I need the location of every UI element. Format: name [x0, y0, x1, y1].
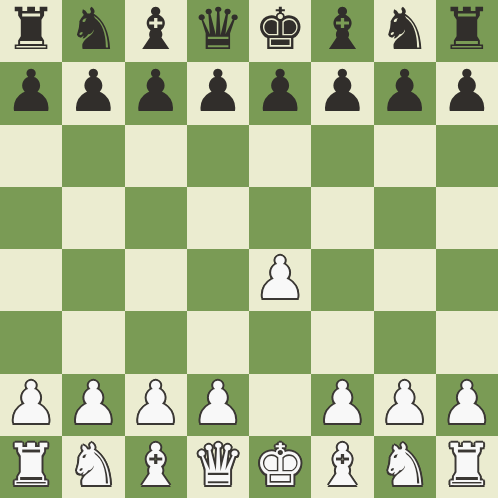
square-a7[interactable]: ♟ — [0, 62, 62, 124]
square-e7[interactable]: ♟ — [249, 62, 311, 124]
square-d3[interactable] — [187, 311, 249, 373]
square-g2[interactable]: ♟ — [374, 374, 436, 436]
piece-black-queen-d8[interactable]: ♛ — [192, 0, 244, 58]
square-c8[interactable]: ♝ — [125, 0, 187, 62]
square-g4[interactable] — [374, 249, 436, 311]
piece-white-rook-a1[interactable]: ♜ — [5, 436, 57, 494]
square-a2[interactable]: ♟ — [0, 374, 62, 436]
square-f6[interactable] — [311, 125, 373, 187]
square-g1[interactable]: ♞ — [374, 436, 436, 498]
piece-black-pawn-a7[interactable]: ♟ — [5, 62, 57, 120]
square-h2[interactable]: ♟ — [436, 374, 498, 436]
square-c5[interactable] — [125, 187, 187, 249]
square-b7[interactable]: ♟ — [62, 62, 124, 124]
square-e3[interactable] — [249, 311, 311, 373]
piece-white-knight-b1[interactable]: ♞ — [67, 436, 119, 494]
piece-black-pawn-d7[interactable]: ♟ — [192, 62, 244, 120]
square-d1[interactable]: ♛ — [187, 436, 249, 498]
square-h1[interactable]: ♜ — [436, 436, 498, 498]
square-e1[interactable]: ♚ — [249, 436, 311, 498]
piece-black-rook-h8[interactable]: ♜ — [441, 0, 493, 58]
piece-white-knight-g1[interactable]: ♞ — [379, 436, 431, 494]
square-g5[interactable] — [374, 187, 436, 249]
square-c6[interactable] — [125, 125, 187, 187]
square-f3[interactable] — [311, 311, 373, 373]
square-e2[interactable] — [249, 374, 311, 436]
square-d4[interactable] — [187, 249, 249, 311]
piece-black-bishop-c8[interactable]: ♝ — [130, 0, 182, 58]
piece-white-rook-h1[interactable]: ♜ — [441, 436, 493, 494]
square-h7[interactable]: ♟ — [436, 62, 498, 124]
square-g8[interactable]: ♞ — [374, 0, 436, 62]
piece-white-pawn-f2[interactable]: ♟ — [316, 374, 368, 432]
square-h3[interactable] — [436, 311, 498, 373]
square-d5[interactable] — [187, 187, 249, 249]
square-f8[interactable]: ♝ — [311, 0, 373, 62]
square-d2[interactable]: ♟ — [187, 374, 249, 436]
square-g6[interactable] — [374, 125, 436, 187]
piece-white-pawn-h2[interactable]: ♟ — [441, 374, 493, 432]
piece-black-pawn-e7[interactable]: ♟ — [254, 62, 306, 120]
square-g3[interactable] — [374, 311, 436, 373]
piece-black-king-e8[interactable]: ♚ — [254, 0, 306, 58]
square-a8[interactable]: ♜ — [0, 0, 62, 62]
square-c1[interactable]: ♝ — [125, 436, 187, 498]
square-d8[interactable]: ♛ — [187, 0, 249, 62]
square-e6[interactable] — [249, 125, 311, 187]
square-a5[interactable] — [0, 187, 62, 249]
piece-white-pawn-b2[interactable]: ♟ — [67, 374, 119, 432]
square-c7[interactable]: ♟ — [125, 62, 187, 124]
square-b2[interactable]: ♟ — [62, 374, 124, 436]
piece-black-pawn-b7[interactable]: ♟ — [67, 62, 119, 120]
square-e5[interactable] — [249, 187, 311, 249]
piece-white-queen-d1[interactable]: ♛ — [192, 436, 244, 494]
square-a3[interactable] — [0, 311, 62, 373]
square-h5[interactable] — [436, 187, 498, 249]
square-h6[interactable] — [436, 125, 498, 187]
square-a1[interactable]: ♜ — [0, 436, 62, 498]
square-h8[interactable]: ♜ — [436, 0, 498, 62]
square-e4[interactable]: ♟ — [249, 249, 311, 311]
square-b5[interactable] — [62, 187, 124, 249]
square-b4[interactable] — [62, 249, 124, 311]
piece-black-knight-b8[interactable]: ♞ — [67, 0, 119, 58]
square-e8[interactable]: ♚ — [249, 0, 311, 62]
piece-black-pawn-f7[interactable]: ♟ — [316, 62, 368, 120]
square-b6[interactable] — [62, 125, 124, 187]
square-c4[interactable] — [125, 249, 187, 311]
piece-white-bishop-f1[interactable]: ♝ — [316, 436, 368, 494]
square-f4[interactable] — [311, 249, 373, 311]
piece-black-pawn-h7[interactable]: ♟ — [441, 62, 493, 120]
square-c3[interactable] — [125, 311, 187, 373]
square-a4[interactable] — [0, 249, 62, 311]
piece-black-pawn-g7[interactable]: ♟ — [379, 62, 431, 120]
chess-board: ♜♞♝♛♚♝♞♜♟♟♟♟♟♟♟♟♟♟♟♟♟♟♟♟♜♞♝♛♚♝♞♜ — [0, 0, 498, 498]
piece-white-bishop-c1[interactable]: ♝ — [130, 436, 182, 494]
piece-white-pawn-e4[interactable]: ♟ — [254, 249, 306, 307]
square-f7[interactable]: ♟ — [311, 62, 373, 124]
piece-black-bishop-f8[interactable]: ♝ — [316, 0, 368, 58]
piece-white-pawn-a2[interactable]: ♟ — [5, 374, 57, 432]
piece-black-pawn-c7[interactable]: ♟ — [130, 62, 182, 120]
square-b3[interactable] — [62, 311, 124, 373]
square-a6[interactable] — [0, 125, 62, 187]
square-b8[interactable]: ♞ — [62, 0, 124, 62]
piece-white-king-e1[interactable]: ♚ — [254, 436, 306, 494]
square-f1[interactable]: ♝ — [311, 436, 373, 498]
square-d6[interactable] — [187, 125, 249, 187]
square-f2[interactable]: ♟ — [311, 374, 373, 436]
square-d7[interactable]: ♟ — [187, 62, 249, 124]
piece-black-rook-a8[interactable]: ♜ — [5, 0, 57, 58]
square-h4[interactable] — [436, 249, 498, 311]
piece-black-knight-g8[interactable]: ♞ — [379, 0, 431, 58]
piece-white-pawn-g2[interactable]: ♟ — [379, 374, 431, 432]
square-g7[interactable]: ♟ — [374, 62, 436, 124]
square-c2[interactable]: ♟ — [125, 374, 187, 436]
piece-white-pawn-d2[interactable]: ♟ — [192, 374, 244, 432]
square-b1[interactable]: ♞ — [62, 436, 124, 498]
square-f5[interactable] — [311, 187, 373, 249]
piece-white-pawn-c2[interactable]: ♟ — [130, 374, 182, 432]
